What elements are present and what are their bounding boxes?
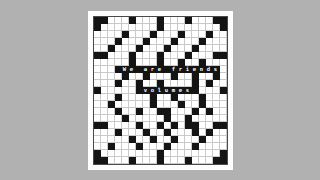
- grid-cell[interactable]: [150, 38, 157, 45]
- grid-cell[interactable]: [136, 24, 143, 31]
- grid-cell[interactable]: [178, 80, 185, 87]
- grid-cell[interactable]: [199, 122, 206, 129]
- grid-cell[interactable]: [129, 108, 136, 115]
- grid-cell[interactable]: [94, 59, 101, 66]
- grid-cell[interactable]: [157, 31, 164, 38]
- grid-cell[interactable]: [192, 136, 199, 143]
- grid-cell[interactable]: [164, 136, 171, 143]
- grid-cell[interactable]: [143, 115, 150, 122]
- grid-cell[interactable]: [213, 129, 220, 136]
- grid-cell[interactable]: [115, 101, 122, 108]
- grid-cell[interactable]: [150, 52, 157, 59]
- grid-cell[interactable]: [115, 59, 122, 66]
- grid-cell[interactable]: [94, 38, 101, 45]
- grid-cell[interactable]: [101, 87, 108, 94]
- grid-cell[interactable]: [150, 129, 157, 136]
- grid-cell[interactable]: [185, 143, 192, 150]
- grid-cell[interactable]: [199, 108, 206, 115]
- grid-cell[interactable]: [171, 101, 178, 108]
- grid-cell[interactable]: [213, 150, 220, 157]
- grid-cell[interactable]: [143, 94, 150, 101]
- grid-cell[interactable]: [129, 38, 136, 45]
- grid-cell[interactable]: [164, 101, 171, 108]
- grid-cell[interactable]: [206, 122, 213, 129]
- grid-cell[interactable]: [213, 38, 220, 45]
- revealed-letter-cell[interactable]: i: [185, 66, 192, 73]
- grid-cell[interactable]: [101, 143, 108, 150]
- grid-cell[interactable]: [220, 38, 227, 45]
- grid-cell[interactable]: [157, 136, 164, 143]
- grid-cell[interactable]: [115, 31, 122, 38]
- grid-cell[interactable]: [185, 129, 192, 136]
- grid-cell[interactable]: [192, 38, 199, 45]
- grid-cell[interactable]: [129, 115, 136, 122]
- grid-cell[interactable]: [101, 150, 108, 157]
- grid-cell[interactable]: [185, 59, 192, 66]
- grid-cell[interactable]: [220, 115, 227, 122]
- grid-cell[interactable]: [220, 66, 227, 73]
- grid-cell[interactable]: [101, 115, 108, 122]
- grid-cell[interactable]: [178, 115, 185, 122]
- grid-cell[interactable]: [164, 73, 171, 80]
- grid-cell[interactable]: [108, 150, 115, 157]
- grid-cell[interactable]: [213, 59, 220, 66]
- grid-cell[interactable]: [101, 38, 108, 45]
- grid-cell[interactable]: [192, 115, 199, 122]
- grid-cell[interactable]: [94, 94, 101, 101]
- grid-cell[interactable]: [213, 143, 220, 150]
- grid-cell[interactable]: [220, 129, 227, 136]
- grid-cell[interactable]: [213, 115, 220, 122]
- grid-cell[interactable]: [115, 87, 122, 94]
- grid-cell[interactable]: [164, 122, 171, 129]
- grid-cell[interactable]: [157, 45, 164, 52]
- grid-cell[interactable]: [143, 31, 150, 38]
- grid-cell[interactable]: [206, 87, 213, 94]
- revealed-letter-cell[interactable]: u: [164, 87, 171, 94]
- grid-cell[interactable]: [143, 143, 150, 150]
- grid-cell[interactable]: [178, 136, 185, 143]
- grid-cell[interactable]: [101, 59, 108, 66]
- grid-cell[interactable]: [94, 129, 101, 136]
- grid-cell[interactable]: [164, 52, 171, 59]
- grid-cell[interactable]: [108, 59, 115, 66]
- grid-cell[interactable]: [136, 150, 143, 157]
- grid-cell[interactable]: [108, 38, 115, 45]
- grid-cell[interactable]: [101, 24, 108, 31]
- grid-cell[interactable]: [185, 108, 192, 115]
- grid-cell[interactable]: [171, 52, 178, 59]
- grid-cell[interactable]: [115, 45, 122, 52]
- grid-cell[interactable]: [220, 31, 227, 38]
- grid-cell[interactable]: [171, 17, 178, 24]
- grid-cell[interactable]: [94, 73, 101, 80]
- grid-cell[interactable]: [164, 31, 171, 38]
- grid-cell[interactable]: [150, 17, 157, 24]
- grid-cell[interactable]: [150, 108, 157, 115]
- grid-cell[interactable]: [129, 101, 136, 108]
- grid-cell[interactable]: [94, 66, 101, 73]
- grid-cell[interactable]: [206, 24, 213, 31]
- grid-cell[interactable]: [199, 115, 206, 122]
- grid-cell[interactable]: [143, 122, 150, 129]
- grid-cell[interactable]: [136, 31, 143, 38]
- grid-cell[interactable]: [150, 115, 157, 122]
- grid-cell[interactable]: [122, 136, 129, 143]
- grid-cell[interactable]: [220, 94, 227, 101]
- grid-cell[interactable]: [185, 94, 192, 101]
- grid-cell[interactable]: [101, 73, 108, 80]
- grid-cell[interactable]: [199, 31, 206, 38]
- grid-cell[interactable]: [206, 52, 213, 59]
- grid-cell[interactable]: [136, 52, 143, 59]
- grid-cell[interactable]: [199, 157, 206, 164]
- grid-cell[interactable]: [122, 122, 129, 129]
- revealed-letter-cell[interactable]: s: [185, 87, 192, 94]
- grid-cell[interactable]: [136, 101, 143, 108]
- grid-cell[interactable]: [101, 129, 108, 136]
- grid-cell[interactable]: [122, 94, 129, 101]
- grid-cell[interactable]: [213, 80, 220, 87]
- grid-cell[interactable]: [94, 143, 101, 150]
- grid-cell[interactable]: [94, 45, 101, 52]
- grid-cell[interactable]: [122, 101, 129, 108]
- grid-cell[interactable]: [136, 136, 143, 143]
- grid-cell[interactable]: [220, 59, 227, 66]
- grid-cell[interactable]: [164, 94, 171, 101]
- grid-cell[interactable]: [150, 59, 157, 66]
- grid-cell[interactable]: [185, 31, 192, 38]
- grid-cell[interactable]: [206, 94, 213, 101]
- grid-cell[interactable]: [122, 52, 129, 59]
- revealed-letter-cell[interactable]: W: [122, 66, 129, 73]
- grid-cell[interactable]: [122, 157, 129, 164]
- grid-cell[interactable]: [171, 24, 178, 31]
- grid-cell[interactable]: [171, 80, 178, 87]
- grid-cell[interactable]: [192, 59, 199, 66]
- grid-cell[interactable]: [164, 80, 171, 87]
- grid-cell[interactable]: [199, 80, 206, 87]
- grid-cell[interactable]: [178, 157, 185, 164]
- grid-cell[interactable]: [213, 24, 220, 31]
- grid-cell[interactable]: [94, 115, 101, 122]
- revealed-letter-cell[interactable]: o: [150, 87, 157, 94]
- grid-cell[interactable]: [143, 45, 150, 52]
- grid-cell[interactable]: [122, 129, 129, 136]
- grid-cell[interactable]: [108, 31, 115, 38]
- grid-cell[interactable]: [220, 143, 227, 150]
- grid-cell[interactable]: [206, 157, 213, 164]
- grid-cell[interactable]: [115, 136, 122, 143]
- grid-cell[interactable]: [122, 17, 129, 24]
- grid-cell[interactable]: [143, 80, 150, 87]
- grid-cell[interactable]: [108, 73, 115, 80]
- grid-cell[interactable]: [101, 66, 108, 73]
- grid-cell[interactable]: [213, 108, 220, 115]
- grid-cell[interactable]: [108, 157, 115, 164]
- grid-cell[interactable]: [220, 108, 227, 115]
- grid-cell[interactable]: [129, 31, 136, 38]
- grid-cell[interactable]: [164, 150, 171, 157]
- revealed-letter-cell[interactable]: s: [213, 66, 220, 73]
- revealed-letter-cell[interactable]: e: [192, 66, 199, 73]
- grid-cell[interactable]: [164, 24, 171, 31]
- grid-cell[interactable]: [185, 24, 192, 31]
- grid-cell[interactable]: [157, 94, 164, 101]
- revealed-letter-cell[interactable]: e: [178, 87, 185, 94]
- grid-cell[interactable]: [94, 80, 101, 87]
- grid-cell[interactable]: [150, 24, 157, 31]
- grid-cell[interactable]: [164, 17, 171, 24]
- grid-cell[interactable]: [108, 94, 115, 101]
- grid-cell[interactable]: [94, 101, 101, 108]
- grid-cell[interactable]: [136, 115, 143, 122]
- grid-cell[interactable]: [220, 80, 227, 87]
- grid-cell[interactable]: [157, 101, 164, 108]
- grid-cell[interactable]: [122, 108, 129, 115]
- grid-cell[interactable]: [178, 38, 185, 45]
- grid-cell[interactable]: [108, 52, 115, 59]
- revealed-letter-cell[interactable]: e: [129, 66, 136, 73]
- grid-cell[interactable]: [185, 73, 192, 80]
- grid-cell[interactable]: [185, 136, 192, 143]
- grid-cell[interactable]: [213, 31, 220, 38]
- revealed-letter-cell[interactable]: n: [199, 66, 206, 73]
- grid-cell[interactable]: [157, 38, 164, 45]
- grid-cell[interactable]: [178, 150, 185, 157]
- grid-cell[interactable]: [199, 45, 206, 52]
- grid-cell[interactable]: [171, 150, 178, 157]
- grid-cell[interactable]: [136, 38, 143, 45]
- grid-cell[interactable]: [115, 24, 122, 31]
- grid-cell[interactable]: [101, 80, 108, 87]
- grid-cell[interactable]: [115, 143, 122, 150]
- grid-cell[interactable]: [213, 87, 220, 94]
- grid-cell[interactable]: [122, 143, 129, 150]
- grid-cell[interactable]: [101, 31, 108, 38]
- grid-cell[interactable]: [108, 17, 115, 24]
- grid-cell[interactable]: [199, 87, 206, 94]
- grid-cell[interactable]: [143, 150, 150, 157]
- grid-cell[interactable]: [220, 101, 227, 108]
- grid-cell[interactable]: [206, 59, 213, 66]
- grid-cell[interactable]: [178, 17, 185, 24]
- grid-cell[interactable]: [108, 66, 115, 73]
- grid-cell[interactable]: [206, 73, 213, 80]
- grid-cell[interactable]: [178, 45, 185, 52]
- grid-cell[interactable]: [178, 143, 185, 150]
- revealed-letter-cell[interactable]: e: [157, 66, 164, 73]
- grid-cell[interactable]: [115, 150, 122, 157]
- grid-cell[interactable]: [157, 143, 164, 150]
- grid-cell[interactable]: [129, 150, 136, 157]
- grid-cell[interactable]: [122, 59, 129, 66]
- grid-cell[interactable]: [206, 101, 213, 108]
- grid-cell[interactable]: [129, 94, 136, 101]
- grid-cell[interactable]: [101, 136, 108, 143]
- grid-cell[interactable]: [192, 31, 199, 38]
- grid-cell[interactable]: [206, 143, 213, 150]
- grid-cell[interactable]: [108, 122, 115, 129]
- grid-cell[interactable]: [220, 73, 227, 80]
- grid-cell[interactable]: [143, 157, 150, 164]
- grid-cell[interactable]: [150, 157, 157, 164]
- grid-cell[interactable]: [150, 150, 157, 157]
- grid-cell[interactable]: [171, 31, 178, 38]
- grid-cell[interactable]: [206, 136, 213, 143]
- grid-cell[interactable]: [94, 136, 101, 143]
- revealed-letter-cell[interactable]: m: [171, 87, 178, 94]
- grid-cell[interactable]: [206, 45, 213, 52]
- grid-cell[interactable]: [171, 115, 178, 122]
- grid-cell[interactable]: [150, 80, 157, 87]
- grid-cell[interactable]: [178, 129, 185, 136]
- grid-cell[interactable]: [171, 129, 178, 136]
- grid-cell[interactable]: [206, 38, 213, 45]
- grid-cell[interactable]: [164, 38, 171, 45]
- grid-cell[interactable]: [220, 45, 227, 52]
- grid-cell[interactable]: [192, 24, 199, 31]
- grid-cell[interactable]: [115, 115, 122, 122]
- grid-cell[interactable]: [192, 101, 199, 108]
- grid-cell[interactable]: [150, 122, 157, 129]
- grid-cell[interactable]: [199, 24, 206, 31]
- grid-cell[interactable]: [143, 17, 150, 24]
- grid-cell[interactable]: [199, 129, 206, 136]
- grid-cell[interactable]: [143, 108, 150, 115]
- grid-cell[interactable]: [122, 45, 129, 52]
- grid-cell[interactable]: [136, 94, 143, 101]
- grid-cell[interactable]: [192, 17, 199, 24]
- grid-cell[interactable]: [171, 59, 178, 66]
- grid-cell[interactable]: [129, 143, 136, 150]
- grid-cell[interactable]: [192, 157, 199, 164]
- revealed-letter-cell[interactable]: f: [171, 66, 178, 73]
- grid-cell[interactable]: [178, 108, 185, 115]
- grid-cell[interactable]: [101, 101, 108, 108]
- grid-cell[interactable]: [164, 59, 171, 66]
- grid-cell[interactable]: [122, 80, 129, 87]
- grid-cell[interactable]: [192, 94, 199, 101]
- grid-cell[interactable]: [143, 24, 150, 31]
- grid-cell[interactable]: [136, 157, 143, 164]
- grid-cell[interactable]: [115, 157, 122, 164]
- grid-cell[interactable]: [192, 52, 199, 59]
- revealed-letter-cell[interactable]: l: [157, 87, 164, 94]
- grid-cell[interactable]: [101, 108, 108, 115]
- grid-cell[interactable]: [115, 17, 122, 24]
- grid-cell[interactable]: [115, 73, 122, 80]
- grid-cell[interactable]: [122, 38, 129, 45]
- grid-cell[interactable]: [136, 17, 143, 24]
- grid-cell[interactable]: [150, 143, 157, 150]
- grid-cell[interactable]: [129, 80, 136, 87]
- grid-cell[interactable]: [115, 52, 122, 59]
- grid-cell[interactable]: [129, 87, 136, 94]
- grid-cell[interactable]: [108, 115, 115, 122]
- grid-cell[interactable]: [199, 17, 206, 24]
- revealed-letter-cell[interactable]: r: [150, 66, 157, 73]
- grid-cell[interactable]: [185, 45, 192, 52]
- grid-cell[interactable]: [94, 31, 101, 38]
- grid-cell[interactable]: [178, 52, 185, 59]
- grid-cell[interactable]: [206, 17, 213, 24]
- grid-cell[interactable]: [171, 45, 178, 52]
- grid-cell[interactable]: [213, 101, 220, 108]
- grid-cell[interactable]: [199, 52, 206, 59]
- grid-cell[interactable]: [129, 24, 136, 31]
- grid-cell[interactable]: [185, 150, 192, 157]
- grid-cell[interactable]: [150, 45, 157, 52]
- revealed-letter-cell[interactable]: a: [143, 66, 150, 73]
- grid-cell[interactable]: [171, 143, 178, 150]
- grid-cell[interactable]: [143, 136, 150, 143]
- grid-cell[interactable]: [143, 101, 150, 108]
- grid-cell[interactable]: [157, 129, 164, 136]
- grid-cell[interactable]: [136, 73, 143, 80]
- grid-cell[interactable]: [122, 24, 129, 31]
- grid-cell[interactable]: [108, 108, 115, 115]
- grid-cell[interactable]: [108, 129, 115, 136]
- grid-cell[interactable]: [122, 87, 129, 94]
- grid-cell[interactable]: [213, 45, 220, 52]
- grid-cell[interactable]: [199, 73, 206, 80]
- revealed-letter-cell[interactable]: v: [143, 87, 150, 94]
- grid-cell[interactable]: [143, 52, 150, 59]
- grid-cell[interactable]: [185, 80, 192, 87]
- grid-cell[interactable]: [185, 101, 192, 108]
- grid-cell[interactable]: [171, 157, 178, 164]
- grid-cell[interactable]: [171, 108, 178, 115]
- grid-cell[interactable]: [108, 24, 115, 31]
- grid-cell[interactable]: [150, 73, 157, 80]
- grid-cell[interactable]: [192, 150, 199, 157]
- grid-cell[interactable]: [199, 143, 206, 150]
- crossword-grid[interactable]: Wearefriendsvolumes: [93, 16, 228, 165]
- grid-cell[interactable]: [108, 136, 115, 143]
- grid-cell[interactable]: [129, 73, 136, 80]
- grid-cell[interactable]: [115, 122, 122, 129]
- revealed-letter-cell[interactable]: d: [206, 66, 213, 73]
- grid-cell[interactable]: [108, 87, 115, 94]
- grid-cell[interactable]: [136, 129, 143, 136]
- grid-cell[interactable]: [178, 24, 185, 31]
- grid-cell[interactable]: [220, 136, 227, 143]
- grid-cell[interactable]: [101, 45, 108, 52]
- grid-cell[interactable]: [94, 108, 101, 115]
- grid-cell[interactable]: [143, 59, 150, 66]
- grid-cell[interactable]: [157, 73, 164, 80]
- grid-cell[interactable]: [129, 45, 136, 52]
- grid-cell[interactable]: [129, 122, 136, 129]
- grid-cell[interactable]: [129, 129, 136, 136]
- revealed-letter-cell[interactable]: r: [178, 66, 185, 73]
- grid-cell[interactable]: [213, 136, 220, 143]
- grid-cell[interactable]: [178, 122, 185, 129]
- grid-cell[interactable]: [157, 115, 164, 122]
- grid-cell[interactable]: [101, 94, 108, 101]
- grid-cell[interactable]: [164, 157, 171, 164]
- grid-cell[interactable]: [122, 150, 129, 157]
- grid-cell[interactable]: [199, 150, 206, 157]
- grid-cell[interactable]: [178, 94, 185, 101]
- grid-cell[interactable]: [108, 80, 115, 87]
- grid-cell[interactable]: [206, 115, 213, 122]
- grid-cell[interactable]: [213, 94, 220, 101]
- grid-cell[interactable]: [206, 150, 213, 157]
- grid-cell[interactable]: [136, 59, 143, 66]
- grid-cell[interactable]: [178, 73, 185, 80]
